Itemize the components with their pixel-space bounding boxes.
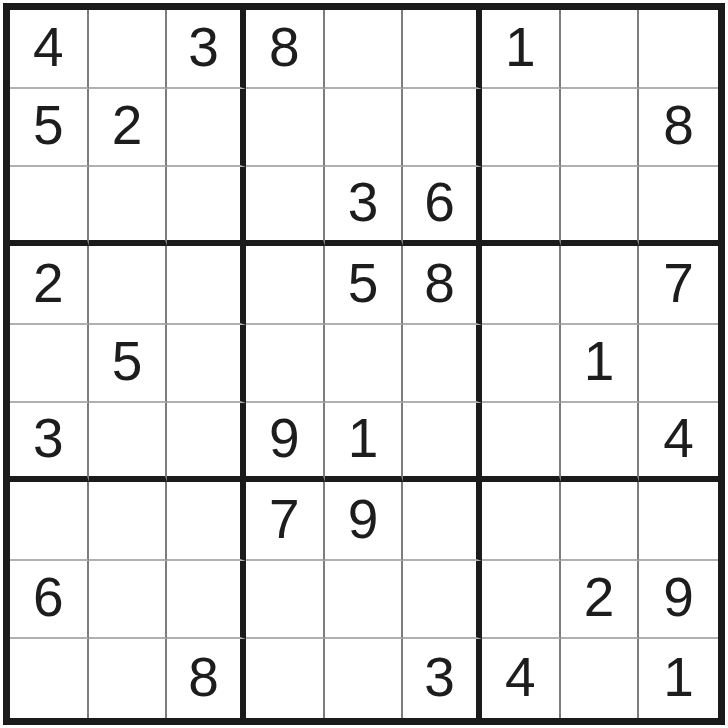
- cell-r1c6[interactable]: [403, 10, 482, 89]
- cell-r5c7[interactable]: [482, 325, 561, 404]
- cell-r3c3[interactable]: [167, 167, 246, 246]
- given-digit: 3: [348, 175, 379, 230]
- given-digit: 7: [663, 256, 694, 311]
- cell-r4c1[interactable]: 2: [10, 246, 89, 325]
- cell-r8c7[interactable]: [482, 561, 561, 640]
- cell-r8c9[interactable]: 9: [639, 561, 718, 640]
- given-digit: 5: [33, 98, 64, 153]
- given-digit: 1: [505, 20, 536, 75]
- cell-r2c7[interactable]: [482, 89, 561, 168]
- given-digit: 3: [424, 650, 455, 705]
- cell-r4c3[interactable]: [167, 246, 246, 325]
- given-digit: 8: [269, 20, 300, 75]
- cell-r1c8[interactable]: [561, 10, 640, 89]
- cell-r3c9[interactable]: [639, 167, 718, 246]
- cell-r8c2[interactable]: [89, 561, 168, 640]
- cell-r9c1[interactable]: [10, 639, 89, 718]
- cell-r5c6[interactable]: [403, 325, 482, 404]
- cell-r4c5[interactable]: 5: [325, 246, 404, 325]
- cell-r2c2[interactable]: 2: [89, 89, 168, 168]
- cell-r4c7[interactable]: [482, 246, 561, 325]
- cell-r7c9[interactable]: [639, 482, 718, 561]
- given-digit: 1: [663, 650, 694, 705]
- given-digit: 5: [348, 256, 379, 311]
- cell-r2c6[interactable]: [403, 89, 482, 168]
- cell-r4c6[interactable]: 8: [403, 246, 482, 325]
- given-digit: 9: [348, 492, 379, 547]
- given-digit: 7: [269, 492, 300, 547]
- given-digit: 6: [33, 570, 64, 625]
- cell-r2c3[interactable]: [167, 89, 246, 168]
- sudoku-board: 4381528362587513914796298341: [3, 3, 725, 725]
- cell-r8c8[interactable]: 2: [561, 561, 640, 640]
- given-digit: 8: [424, 256, 455, 311]
- cell-r2c9[interactable]: 8: [639, 89, 718, 168]
- cell-r9c8[interactable]: [561, 639, 640, 718]
- cell-r7c4[interactable]: 7: [246, 482, 325, 561]
- cell-r4c9[interactable]: 7: [639, 246, 718, 325]
- cell-r7c5[interactable]: 9: [325, 482, 404, 561]
- given-digit: 4: [505, 650, 536, 705]
- cell-r3c2[interactable]: [89, 167, 168, 246]
- cell-r4c2[interactable]: [89, 246, 168, 325]
- cell-r6c2[interactable]: [89, 403, 168, 482]
- cell-r5c5[interactable]: [325, 325, 404, 404]
- cell-r5c9[interactable]: [639, 325, 718, 404]
- cell-r1c7[interactable]: 1: [482, 10, 561, 89]
- cell-r9c3[interactable]: 8: [167, 639, 246, 718]
- cell-r2c1[interactable]: 5: [10, 89, 89, 168]
- cell-r4c8[interactable]: [561, 246, 640, 325]
- cell-r1c5[interactable]: [325, 10, 404, 89]
- cell-r1c3[interactable]: 3: [167, 10, 246, 89]
- cell-r3c5[interactable]: 3: [325, 167, 404, 246]
- cell-r3c4[interactable]: [246, 167, 325, 246]
- cell-r6c4[interactable]: 9: [246, 403, 325, 482]
- cell-r5c2[interactable]: 5: [89, 325, 168, 404]
- cell-r6c3[interactable]: [167, 403, 246, 482]
- cell-r6c7[interactable]: [482, 403, 561, 482]
- cell-r5c1[interactable]: [10, 325, 89, 404]
- given-digit: 2: [112, 98, 143, 153]
- cell-r6c1[interactable]: 3: [10, 403, 89, 482]
- cell-r1c2[interactable]: [89, 10, 168, 89]
- page: 4381528362587513914796298341: [0, 0, 728, 728]
- cell-r1c4[interactable]: 8: [246, 10, 325, 89]
- given-digit: 8: [188, 650, 219, 705]
- cell-r3c8[interactable]: [561, 167, 640, 246]
- cell-r9c9[interactable]: 1: [639, 639, 718, 718]
- cell-r2c4[interactable]: [246, 89, 325, 168]
- given-digit: 9: [663, 570, 694, 625]
- cell-r3c7[interactable]: [482, 167, 561, 246]
- given-digit: 9: [269, 411, 300, 466]
- cell-r6c8[interactable]: [561, 403, 640, 482]
- cell-r3c1[interactable]: [10, 167, 89, 246]
- cell-r9c2[interactable]: [89, 639, 168, 718]
- cell-r1c9[interactable]: [639, 10, 718, 89]
- cell-r2c5[interactable]: [325, 89, 404, 168]
- cell-r6c6[interactable]: [403, 403, 482, 482]
- cell-r8c1[interactable]: 6: [10, 561, 89, 640]
- given-digit: 6: [424, 175, 455, 230]
- cell-r8c5[interactable]: [325, 561, 404, 640]
- cell-r9c6[interactable]: 3: [403, 639, 482, 718]
- cell-r9c5[interactable]: [325, 639, 404, 718]
- given-digit: 8: [663, 98, 694, 153]
- cell-r6c5[interactable]: 1: [325, 403, 404, 482]
- cell-r9c7[interactable]: 4: [482, 639, 561, 718]
- cell-r7c3[interactable]: [167, 482, 246, 561]
- cell-r7c6[interactable]: [403, 482, 482, 561]
- cell-r7c1[interactable]: [10, 482, 89, 561]
- cell-r9c4[interactable]: [246, 639, 325, 718]
- cell-r1c1[interactable]: 4: [10, 10, 89, 89]
- cell-r5c4[interactable]: [246, 325, 325, 404]
- cell-r2c8[interactable]: [561, 89, 640, 168]
- cell-r8c6[interactable]: [403, 561, 482, 640]
- given-digit: 2: [584, 570, 615, 625]
- given-digit: 1: [584, 334, 615, 389]
- cell-r6c9[interactable]: 4: [639, 403, 718, 482]
- given-digit: 4: [33, 20, 64, 75]
- given-digit: 1: [348, 411, 379, 466]
- given-digit: 4: [663, 411, 694, 466]
- given-digit: 2: [33, 256, 64, 311]
- cell-r5c8[interactable]: 1: [561, 325, 640, 404]
- cell-r8c4[interactable]: [246, 561, 325, 640]
- given-digit: 5: [112, 334, 143, 389]
- cell-r8c3[interactable]: [167, 561, 246, 640]
- cell-r7c7[interactable]: [482, 482, 561, 561]
- cell-r7c8[interactable]: [561, 482, 640, 561]
- cell-r3c6[interactable]: 6: [403, 167, 482, 246]
- cell-r4c4[interactable]: [246, 246, 325, 325]
- cell-r5c3[interactable]: [167, 325, 246, 404]
- cell-r7c2[interactable]: [89, 482, 168, 561]
- given-digit: 3: [33, 411, 64, 466]
- given-digit: 3: [188, 20, 219, 75]
